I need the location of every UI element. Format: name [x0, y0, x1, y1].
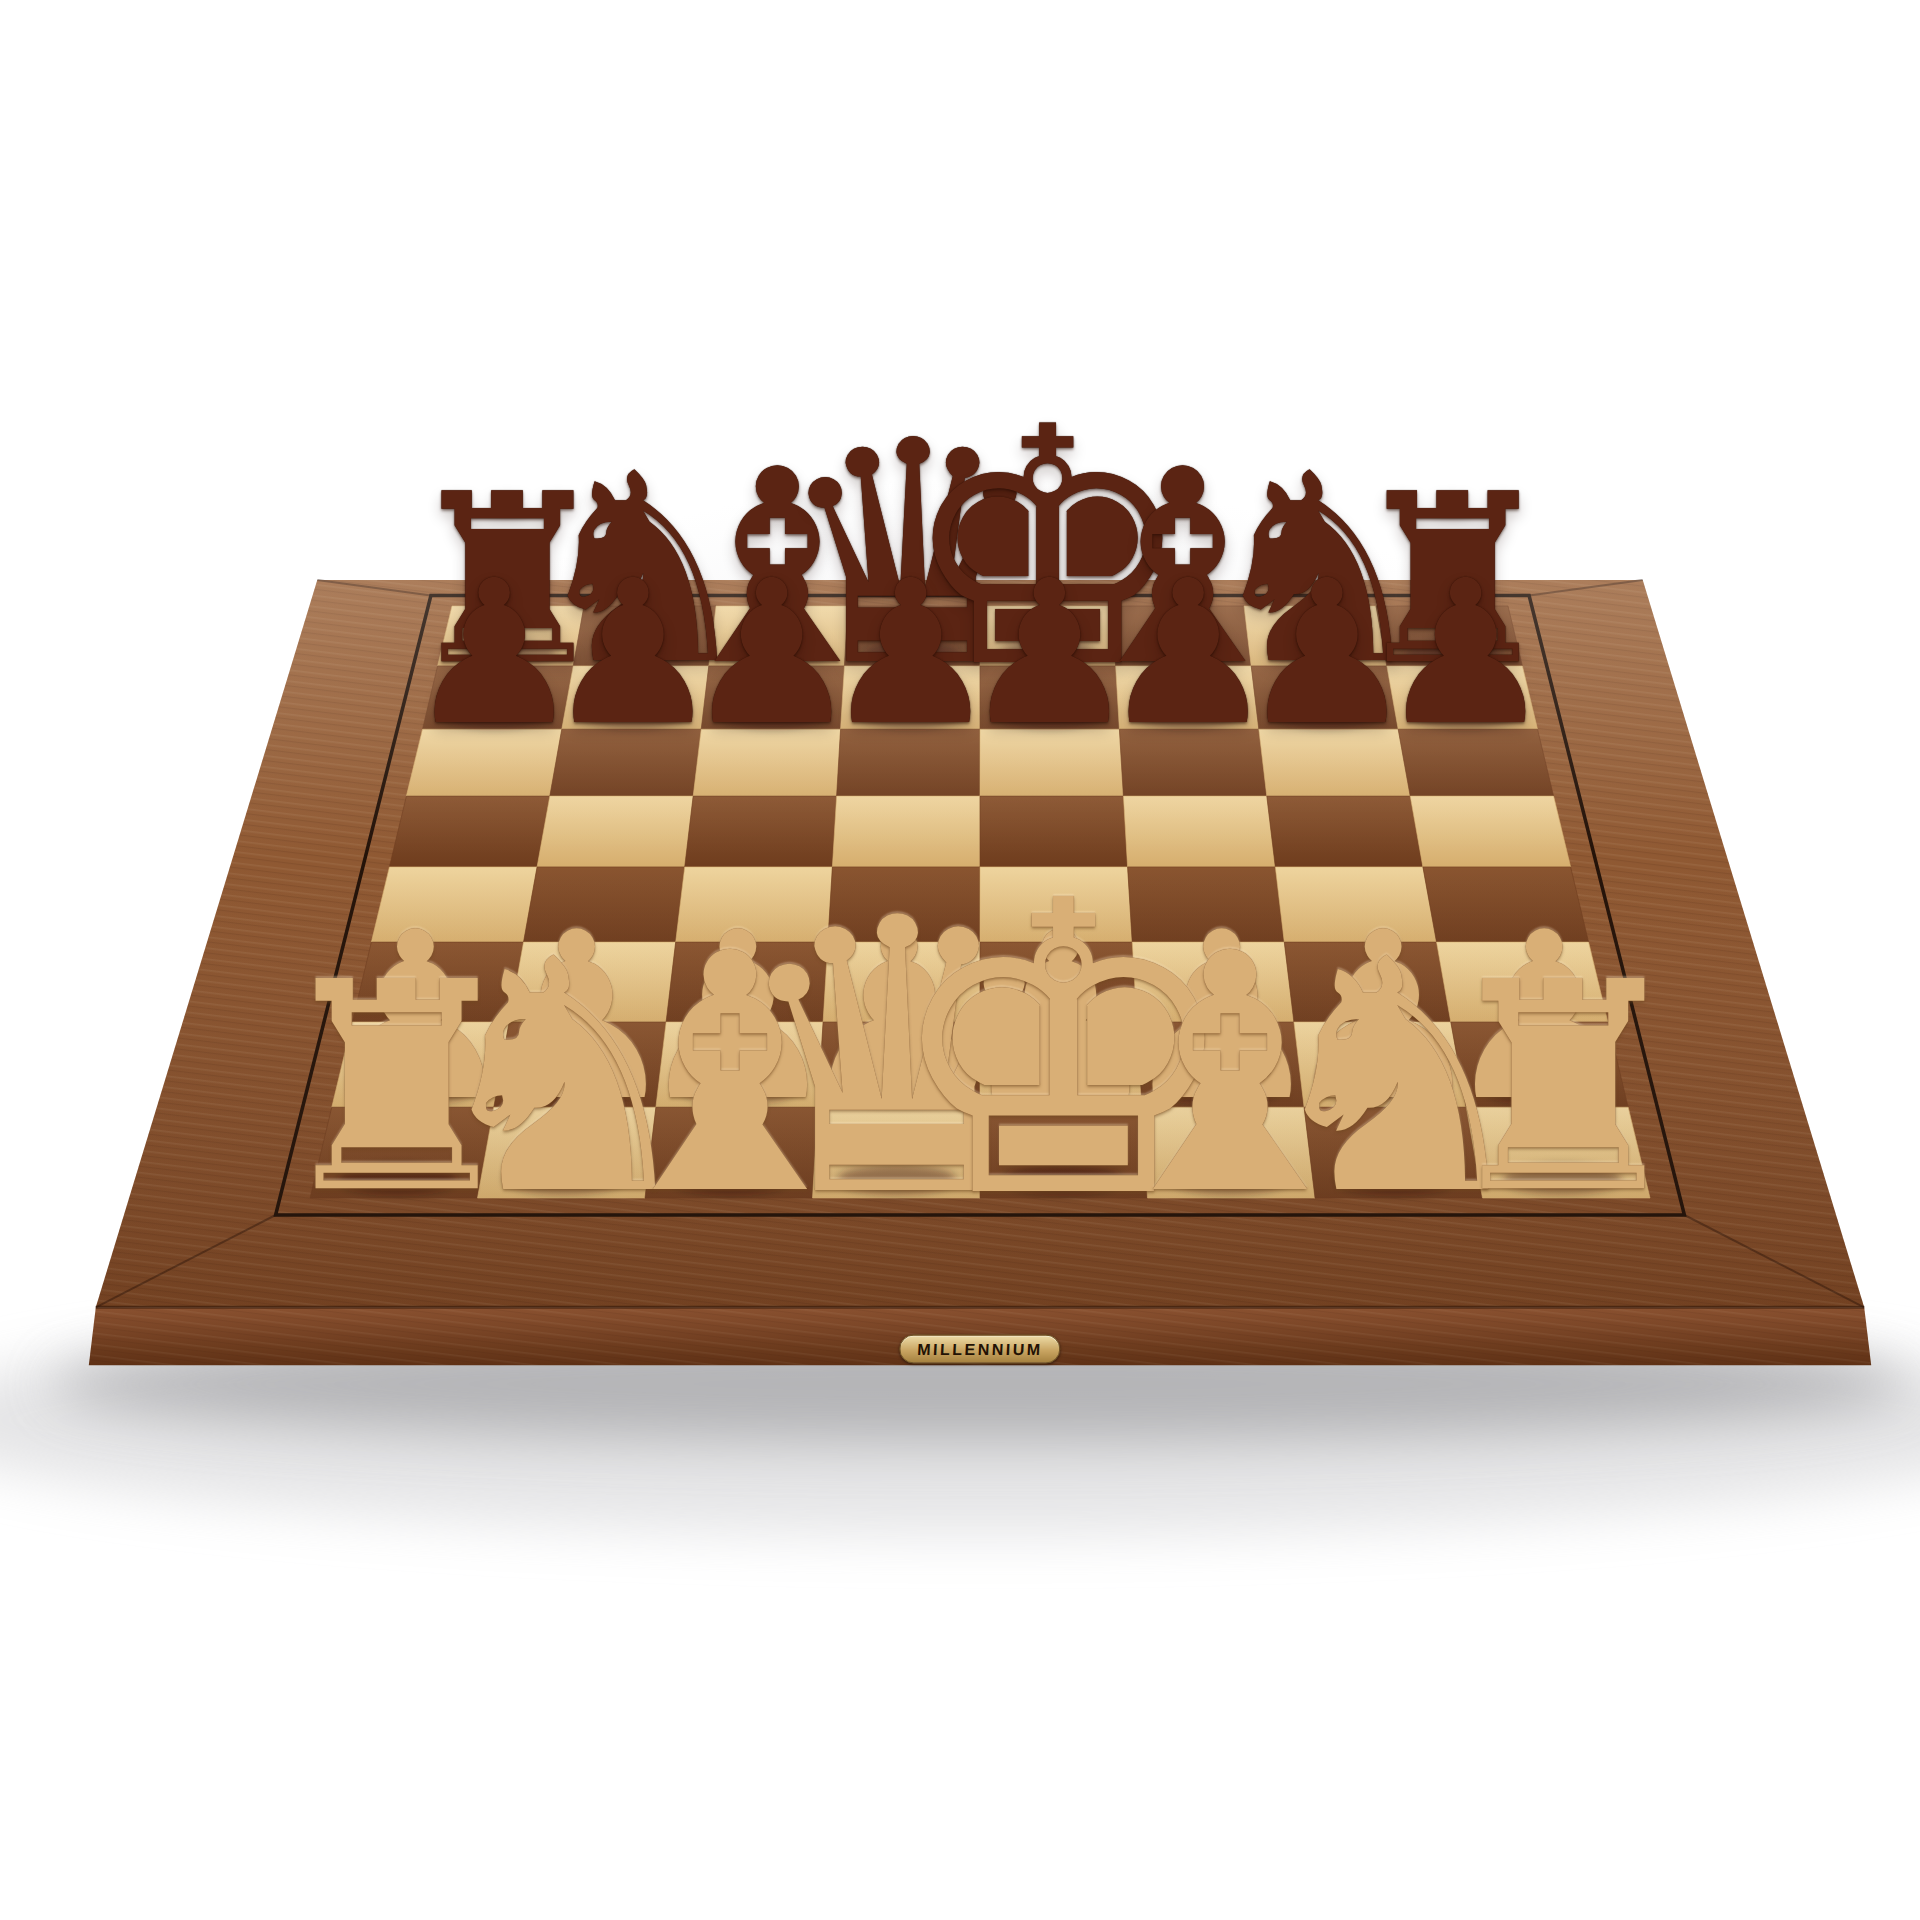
surface-sheen: [96, 580, 1864, 1307]
chess-board: [0, 0, 1920, 1920]
brand-nameplate: MILLENNIUM: [899, 1335, 1060, 1364]
brand-nameplate-text: MILLENNIUM: [917, 1341, 1043, 1359]
product-photo-scene: ♜♞♝♛♚♝♞♜♟♟♟♟♟♟♟♟♟♟♟♟♟♟♟♟♜♞♝♛♚♝♞♜ MILLENN…: [0, 0, 1920, 1920]
